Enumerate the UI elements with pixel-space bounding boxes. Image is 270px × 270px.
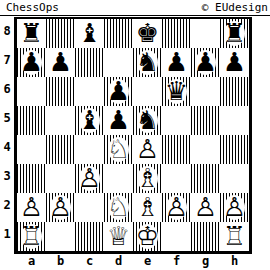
black-king-glyph: ♚ [136, 19, 159, 48]
white-king-glyph: ♔ [136, 222, 159, 251]
white-knight-glyph: ♘ [107, 135, 130, 164]
piece-black-pawn: ♟ [46, 48, 75, 77]
square-h2[interactable]: ♙ [220, 193, 249, 222]
white-pawn-glyph: ♙ [136, 135, 159, 164]
piece-black-pawn: ♟ [162, 48, 191, 77]
square-b4[interactable] [46, 135, 75, 164]
piece-black-pawn: ♟ [220, 48, 249, 77]
black-pawn-glyph: ♟ [165, 48, 188, 77]
black-pawn-glyph: ♟ [223, 48, 246, 77]
piece-white-bishop: ♗ [133, 193, 162, 222]
piece-black-pawn: ♟ [191, 48, 220, 77]
square-c5[interactable]: ♝ [75, 106, 104, 135]
piece-white-knight: ♘ [104, 135, 133, 164]
square-d8[interactable] [104, 19, 133, 48]
file-label-e: e [133, 254, 162, 269]
square-a3[interactable] [17, 164, 46, 193]
square-g2[interactable]: ♙ [191, 193, 220, 222]
white-queen-glyph: ♕ [107, 222, 130, 251]
white-rook-glyph: ♖ [20, 222, 43, 251]
square-c1[interactable] [75, 222, 104, 251]
piece-black-bishop: ♝ [75, 19, 104, 48]
black-pawn-glyph: ♟ [20, 48, 43, 77]
square-c8[interactable]: ♝ [75, 19, 104, 48]
white-pawn-glyph: ♙ [194, 193, 217, 222]
square-b7[interactable]: ♟ [46, 48, 75, 77]
file-label-f: f [162, 254, 191, 269]
rank-labels: 87654321 [0, 17, 14, 254]
piece-black-bishop: ♝ [75, 106, 104, 135]
square-c4[interactable] [75, 135, 104, 164]
square-h7[interactable]: ♟ [220, 48, 249, 77]
black-pawn-glyph: ♟ [107, 77, 130, 106]
square-a6[interactable] [17, 77, 46, 106]
square-h4[interactable] [220, 135, 249, 164]
square-g6[interactable] [191, 77, 220, 106]
rank-label-2: 2 [0, 191, 14, 220]
square-a1[interactable]: ♖ [17, 222, 46, 251]
rank-label-3: 3 [0, 162, 14, 191]
piece-white-king: ♔ [133, 222, 162, 251]
square-e1[interactable]: ♔ [133, 222, 162, 251]
piece-white-pawn: ♙ [162, 193, 191, 222]
square-d2[interactable]: ♘ [104, 193, 133, 222]
square-c6[interactable] [75, 77, 104, 106]
square-f6[interactable]: ♛ [162, 77, 191, 106]
square-d5[interactable]: ♟ [104, 106, 133, 135]
file-label-a: a [17, 254, 46, 269]
white-rook-glyph: ♖ [223, 222, 246, 251]
square-g7[interactable]: ♟ [191, 48, 220, 77]
piece-black-queen: ♛ [162, 77, 191, 106]
title-bar: ChessOps © EUdesign [0, 0, 270, 16]
square-a2[interactable]: ♙ [17, 193, 46, 222]
square-f8[interactable] [162, 19, 191, 48]
white-pawn-glyph: ♙ [49, 193, 72, 222]
square-e6[interactable] [133, 77, 162, 106]
black-pawn-glyph: ♟ [107, 106, 130, 135]
black-pawn-glyph: ♟ [49, 48, 72, 77]
square-g5[interactable] [191, 106, 220, 135]
piece-white-bishop: ♗ [133, 164, 162, 193]
square-a7[interactable]: ♟ [17, 48, 46, 77]
square-e3[interactable]: ♗ [133, 164, 162, 193]
square-c2[interactable] [75, 193, 104, 222]
square-d3[interactable] [104, 164, 133, 193]
piece-white-pawn: ♙ [75, 164, 104, 193]
rank-label-1: 1 [0, 220, 14, 249]
square-b5[interactable] [46, 106, 75, 135]
piece-white-pawn: ♙ [133, 135, 162, 164]
square-d1[interactable]: ♕ [104, 222, 133, 251]
piece-white-rook: ♖ [220, 222, 249, 251]
square-b8[interactable] [46, 19, 75, 48]
black-rook-glyph: ♜ [223, 19, 246, 48]
piece-white-pawn: ♙ [17, 193, 46, 222]
square-f7[interactable]: ♟ [162, 48, 191, 77]
rank-label-5: 5 [0, 104, 14, 133]
piece-white-pawn: ♙ [220, 193, 249, 222]
file-label-c: c [75, 254, 104, 269]
square-a8[interactable]: ♜ [17, 19, 46, 48]
white-pawn-glyph: ♙ [78, 164, 101, 193]
square-h3[interactable] [220, 164, 249, 193]
square-f5[interactable] [162, 106, 191, 135]
square-b3[interactable] [46, 164, 75, 193]
square-h6[interactable] [220, 77, 249, 106]
square-a5[interactable] [17, 106, 46, 135]
square-b1[interactable] [46, 222, 75, 251]
piece-black-pawn: ♟ [104, 77, 133, 106]
black-rook-glyph: ♜ [20, 19, 43, 48]
square-g4[interactable] [191, 135, 220, 164]
white-bishop-glyph: ♗ [136, 193, 159, 222]
square-d6[interactable]: ♟ [104, 77, 133, 106]
file-label-g: g [191, 254, 220, 269]
square-c7[interactable] [75, 48, 104, 77]
piece-black-knight: ♞ [133, 48, 162, 77]
black-knight-glyph: ♞ [136, 48, 159, 77]
square-g8[interactable] [191, 19, 220, 48]
square-f3[interactable] [162, 164, 191, 193]
rank-label-7: 7 [0, 46, 14, 75]
square-e4[interactable]: ♙ [133, 135, 162, 164]
rank-label-6: 6 [0, 75, 14, 104]
black-knight-glyph: ♞ [136, 106, 159, 135]
white-knight-glyph: ♘ [107, 193, 130, 222]
piece-white-pawn: ♙ [191, 193, 220, 222]
black-bishop-glyph: ♝ [78, 19, 101, 48]
square-b2[interactable]: ♙ [46, 193, 75, 222]
square-c3[interactable]: ♙ [75, 164, 104, 193]
rank-label-8: 8 [0, 17, 14, 46]
square-f2[interactable]: ♙ [162, 193, 191, 222]
piece-black-rook: ♜ [220, 19, 249, 48]
square-e2[interactable]: ♗ [133, 193, 162, 222]
white-pawn-glyph: ♙ [223, 193, 246, 222]
file-label-d: d [104, 254, 133, 269]
square-d7[interactable] [104, 48, 133, 77]
black-queen-glyph: ♛ [165, 77, 188, 106]
square-d4[interactable]: ♘ [104, 135, 133, 164]
square-f4[interactable] [162, 135, 191, 164]
file-label-h: h [220, 254, 249, 269]
piece-black-pawn: ♟ [17, 48, 46, 77]
square-b6[interactable] [46, 77, 75, 106]
square-g1[interactable] [191, 222, 220, 251]
square-h8[interactable]: ♜ [220, 19, 249, 48]
square-h1[interactable]: ♖ [220, 222, 249, 251]
piece-white-knight: ♘ [104, 193, 133, 222]
piece-black-king: ♚ [133, 19, 162, 48]
rank-label-4: 4 [0, 133, 14, 162]
square-e7[interactable]: ♞ [133, 48, 162, 77]
white-pawn-glyph: ♙ [165, 193, 188, 222]
piece-black-pawn: ♟ [104, 106, 133, 135]
square-a4[interactable] [17, 135, 46, 164]
piece-white-queen: ♕ [104, 222, 133, 251]
square-h5[interactable] [220, 106, 249, 135]
white-bishop-glyph: ♗ [136, 164, 159, 193]
app-title: ChessOps [6, 1, 59, 15]
piece-white-pawn: ♙ [46, 193, 75, 222]
piece-black-rook: ♜ [17, 19, 46, 48]
black-bishop-glyph: ♝ [78, 106, 101, 135]
square-e8[interactable]: ♚ [133, 19, 162, 48]
square-e5[interactable]: ♞ [133, 106, 162, 135]
board: ♜♝♚♜♟♟♞♟♟♟♟♛♝♟♞♘♙♙♗♙♙♘♗♙♙♙♖♕♔♖ [14, 17, 252, 254]
piece-white-rook: ♖ [17, 222, 46, 251]
file-labels: abcdefgh [17, 254, 270, 269]
black-pawn-glyph: ♟ [194, 48, 217, 77]
credit-label: © EUdesign [202, 1, 268, 15]
piece-black-knight: ♞ [133, 106, 162, 135]
square-g3[interactable] [191, 164, 220, 193]
white-pawn-glyph: ♙ [20, 193, 43, 222]
file-label-b: b [46, 254, 75, 269]
square-f1[interactable] [162, 222, 191, 251]
